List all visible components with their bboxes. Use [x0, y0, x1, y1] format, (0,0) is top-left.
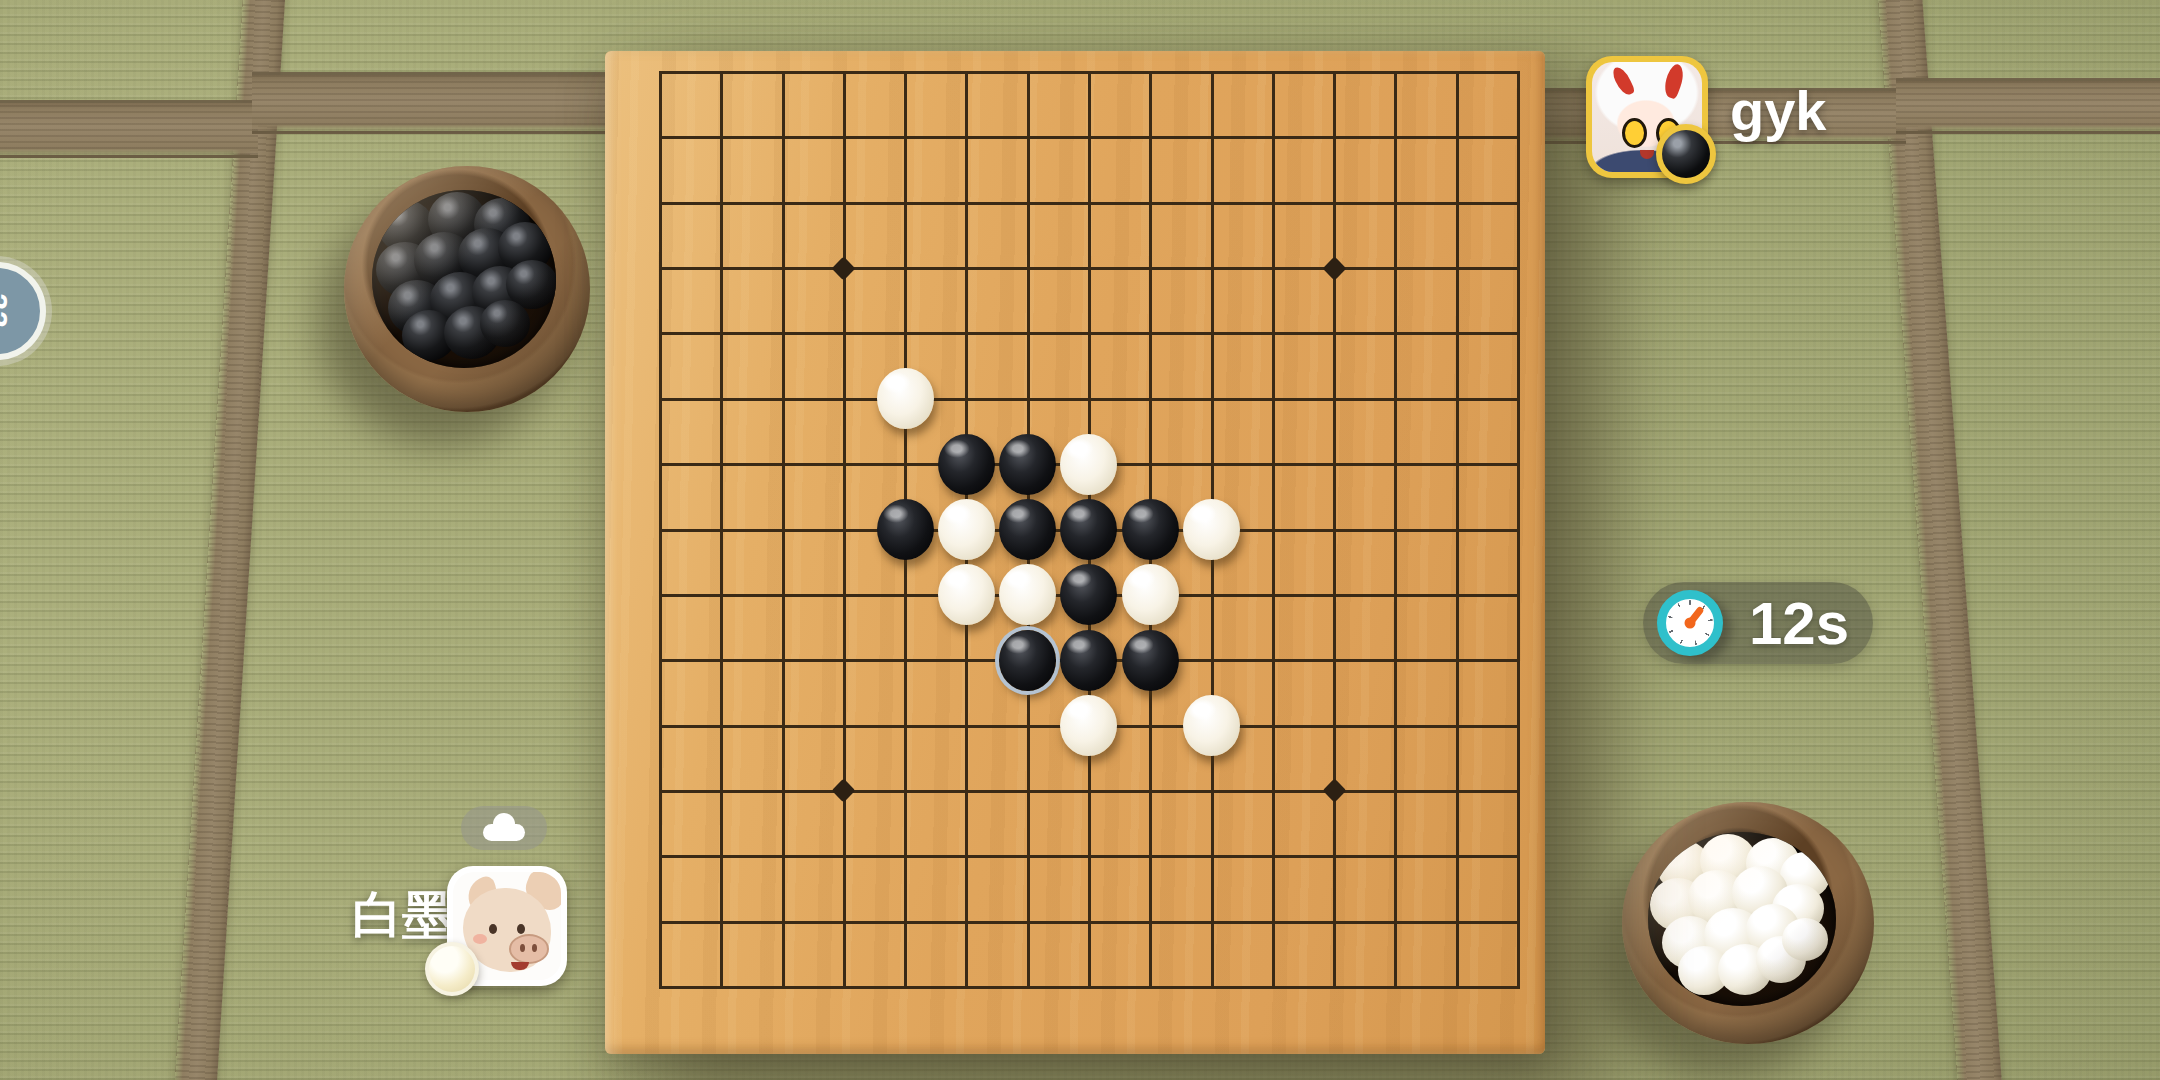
- black-stone-badge-icon: [1656, 124, 1716, 184]
- white-bowl-stone: [1746, 904, 1800, 955]
- tatami-band-left-outer: [0, 100, 258, 158]
- black-player-name: gyk: [1730, 78, 1827, 143]
- white-stone: [877, 368, 934, 429]
- black-stone: [999, 630, 1056, 691]
- tatami-band-left-inner: [252, 72, 634, 134]
- black-stone: [999, 434, 1056, 495]
- thinking-bubble: [461, 806, 547, 850]
- white-bowl-stone: [1678, 946, 1730, 995]
- white-stone-badge-icon: [425, 942, 479, 996]
- black-bowl-stone: [430, 272, 490, 328]
- black-stone: [1122, 630, 1179, 691]
- black-stone: [1060, 499, 1117, 560]
- stopwatch-icon: [1657, 590, 1723, 656]
- pig-eye-icon: [517, 924, 525, 934]
- black-bowl-stone: [474, 198, 530, 251]
- black-bowl-stone: [378, 200, 434, 253]
- white-stone: [938, 499, 995, 560]
- white-bowl-stone: [1746, 838, 1800, 889]
- white-bowl-stone: [1772, 884, 1824, 933]
- white-stone: [1183, 499, 1240, 560]
- black-bowl-stone: [414, 232, 474, 288]
- black-stone: [938, 434, 995, 495]
- black-bowl-stone: [428, 192, 486, 247]
- white-bowl-stone: [1650, 878, 1706, 931]
- spectator-count: 22: [0, 293, 14, 328]
- pig-blush-icon: [473, 934, 487, 944]
- black-stone: [1060, 564, 1117, 625]
- tatami-band-right-outer: [1896, 78, 2160, 134]
- black-stone-bowl: [344, 166, 590, 412]
- white-stone: [1183, 695, 1240, 756]
- black-stone: [1122, 499, 1179, 560]
- white-stone: [1122, 564, 1179, 625]
- turn-timer: 12s: [1643, 582, 1873, 664]
- avatar-eye-icon: [1622, 118, 1647, 148]
- black-bowl-stone: [506, 260, 556, 309]
- white-bowl-stone: [1704, 908, 1762, 963]
- black-bowl-stone: [498, 222, 552, 273]
- white-bowl-stone: [1688, 870, 1746, 925]
- black-bowl-stone: [388, 280, 446, 335]
- black-bowl-stone: [444, 306, 500, 359]
- black-bowl-stone: [458, 228, 516, 283]
- black-stone: [1060, 630, 1117, 691]
- cloud-icon: [483, 824, 525, 841]
- white-stone: [999, 564, 1056, 625]
- white-stone: [938, 564, 995, 625]
- white-bowl-stone: [1732, 866, 1788, 919]
- avatar-horn-icon: [1611, 64, 1636, 97]
- white-bowl-stone: [1780, 852, 1830, 899]
- white-bowl-stone: [1718, 944, 1772, 995]
- stones-grid[interactable]: [629, 39, 1548, 1019]
- game-scene: 22 gyk 12s 白墨: [0, 0, 2160, 1080]
- pig-snout-icon: [509, 934, 549, 964]
- clock-pin: [1685, 618, 1696, 629]
- avatar-horn-icon: [1661, 62, 1688, 99]
- pig-eye-icon: [489, 924, 497, 934]
- black-bowl-stones: [372, 190, 556, 368]
- white-bowl-stone: [1662, 916, 1718, 969]
- white-bowl-stone: [1656, 840, 1710, 891]
- white-bowl-stone: [1756, 936, 1806, 983]
- white-player-name: 白墨: [352, 882, 452, 949]
- black-stone: [999, 499, 1056, 560]
- black-stone: [877, 499, 934, 560]
- white-stone-bowl: [1622, 802, 1874, 1044]
- goban-board: [605, 51, 1545, 1054]
- white-bowl-stone: [1700, 834, 1756, 887]
- black-bowl-stone: [376, 242, 434, 297]
- avatar-mouth-icon: [1640, 150, 1654, 159]
- white-stone: [1060, 695, 1117, 756]
- black-bowl-stone: [472, 266, 528, 319]
- black-bowl-stone: [402, 310, 456, 361]
- timer-value: 12s: [1749, 589, 1849, 658]
- white-bowl-stone: [1782, 918, 1828, 961]
- white-stone: [1060, 434, 1117, 495]
- white-bowl-stones: [1648, 832, 1836, 1006]
- spectator-count-circle: 22: [0, 262, 46, 360]
- black-bowl-stone: [480, 300, 530, 347]
